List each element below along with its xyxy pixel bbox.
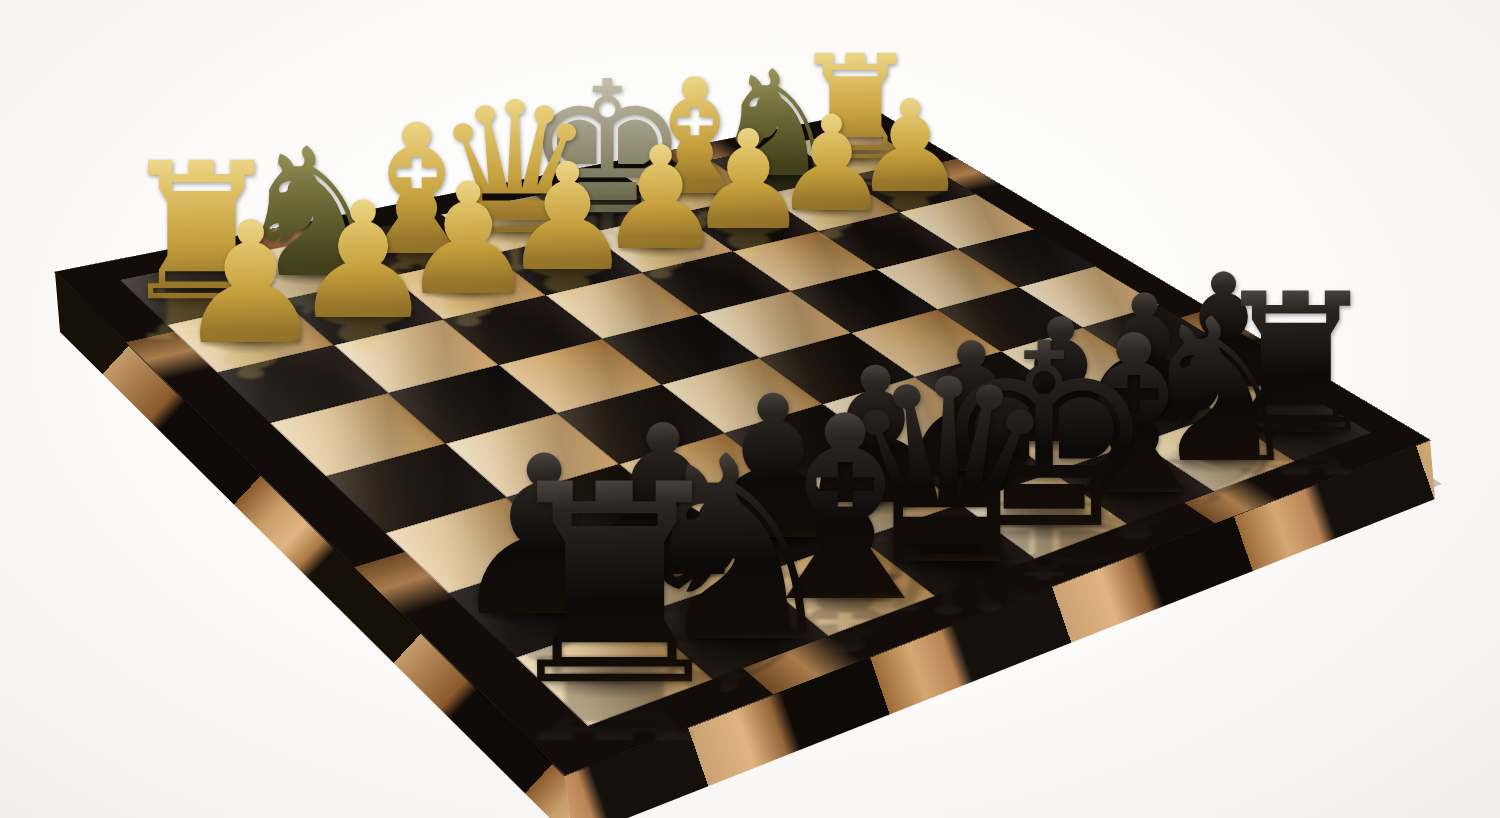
piece-black-rook-a8[interactable]: ♜♜: [491, 449, 737, 724]
piece-white-pawn-a2[interactable]: ♟♟: [175, 200, 326, 369]
piece-reflection: ♜: [491, 638, 737, 753]
product-photo-stage: ♜♜♞♞♝♝♛♛♚♚♝♝♞♞♜♜♟♟♟♟♟♟♟♟♟♟♟♟♟♟♟♟♟♟♟♟♟♟♟♟…: [0, 0, 1500, 818]
piece-reflection: ♟: [175, 316, 326, 387]
